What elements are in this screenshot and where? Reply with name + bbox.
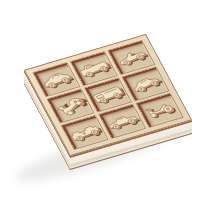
jeep-stack <box>64 119 105 146</box>
scooter-stack <box>51 91 89 120</box>
moped-stack <box>139 97 179 123</box>
product-photo <box>0 0 200 200</box>
moped-icon <box>139 97 179 123</box>
convertible-car-stack <box>111 44 152 72</box>
compartment-2-1 <box>99 105 145 138</box>
sedan-car-stack <box>125 70 166 98</box>
scooter-icon <box>51 91 89 120</box>
classic-car-stack <box>36 66 77 93</box>
camper-van-stack <box>88 82 129 109</box>
pickup-truck-icon <box>73 55 114 82</box>
vintage-car-icon <box>102 108 143 134</box>
vintage-car-stack <box>102 108 143 134</box>
pickup-truck-stack <box>73 55 114 82</box>
sedan-car-icon <box>125 70 166 98</box>
compartment-2-0 <box>62 116 108 149</box>
camper-van-icon <box>88 82 129 109</box>
compartment-2-2 <box>137 94 183 127</box>
jeep-icon <box>64 119 105 146</box>
convertible-car-icon <box>111 44 152 72</box>
classic-car-icon <box>36 66 77 93</box>
